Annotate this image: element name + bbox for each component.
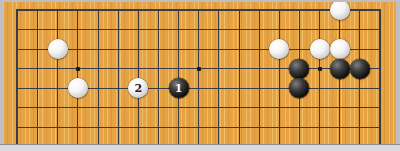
intersection	[229, 59, 249, 79]
hoshi-dot	[197, 67, 201, 71]
intersection	[310, 78, 330, 98]
white-stone	[269, 39, 289, 59]
intersection	[7, 117, 27, 137]
intersection	[88, 39, 108, 59]
intersection	[310, 137, 330, 144]
intersection	[28, 98, 48, 118]
intersection	[169, 137, 189, 144]
intersection	[128, 59, 148, 79]
white-stone	[48, 39, 68, 59]
intersection	[28, 137, 48, 144]
intersection	[108, 117, 128, 137]
black-stone	[289, 59, 309, 79]
intersection	[88, 98, 108, 118]
intersection	[289, 59, 309, 79]
intersection	[310, 39, 330, 59]
intersection	[269, 39, 289, 59]
intersection	[108, 2, 128, 20]
intersection	[370, 59, 390, 79]
intersection	[330, 2, 350, 20]
intersection	[330, 98, 350, 118]
intersection	[148, 137, 168, 144]
intersection	[289, 137, 309, 144]
intersection	[269, 78, 289, 98]
intersection	[289, 98, 309, 118]
intersection	[68, 20, 88, 40]
intersection	[350, 20, 370, 40]
intersection	[28, 78, 48, 98]
intersection	[7, 59, 27, 79]
intersection	[108, 78, 128, 98]
intersection	[269, 137, 289, 144]
intersection	[229, 20, 249, 40]
intersection	[28, 20, 48, 40]
intersection	[310, 2, 330, 20]
intersection	[249, 137, 269, 144]
intersection	[169, 98, 189, 118]
intersection	[330, 39, 350, 59]
intersection	[189, 137, 209, 144]
intersection	[88, 59, 108, 79]
intersection: 2	[128, 78, 148, 98]
intersection	[229, 39, 249, 59]
intersection	[28, 117, 48, 137]
intersection	[209, 59, 229, 79]
intersection	[68, 59, 88, 79]
intersection	[350, 78, 370, 98]
intersection	[370, 2, 390, 20]
intersection	[289, 2, 309, 20]
intersection	[350, 2, 370, 20]
intersection	[269, 20, 289, 40]
intersection	[7, 137, 27, 144]
intersection	[330, 59, 350, 79]
intersection	[68, 117, 88, 137]
intersection	[330, 20, 350, 40]
intersection	[229, 137, 249, 144]
intersection	[330, 137, 350, 144]
intersection	[128, 117, 148, 137]
intersection	[169, 59, 189, 79]
intersection	[350, 117, 370, 137]
intersection	[48, 98, 68, 118]
intersection	[370, 98, 390, 118]
intersection	[189, 20, 209, 40]
intersection: 1	[169, 78, 189, 98]
intersection	[289, 78, 309, 98]
intersection	[189, 78, 209, 98]
intersection	[169, 39, 189, 59]
intersection	[249, 39, 269, 59]
white-stone	[68, 78, 88, 98]
intersection	[289, 39, 309, 59]
intersection	[128, 20, 148, 40]
intersection	[209, 78, 229, 98]
intersection	[148, 2, 168, 20]
intersection	[310, 59, 330, 79]
intersection	[28, 39, 48, 59]
move-number-label: 2	[134, 83, 142, 94]
intersection	[269, 59, 289, 79]
intersection	[148, 20, 168, 40]
intersection	[229, 117, 249, 137]
intersection	[310, 98, 330, 118]
intersection	[189, 59, 209, 79]
intersection	[209, 98, 229, 118]
intersection	[350, 39, 370, 59]
intersection	[189, 98, 209, 118]
intersection	[48, 2, 68, 20]
intersection	[88, 20, 108, 40]
intersection	[68, 39, 88, 59]
intersection	[169, 117, 189, 137]
intersection	[148, 59, 168, 79]
intersection	[350, 137, 370, 144]
intersection	[289, 117, 309, 137]
intersection	[108, 137, 128, 144]
intersection	[229, 2, 249, 20]
intersection	[209, 137, 229, 144]
white-stone	[310, 39, 330, 59]
intersection	[108, 20, 128, 40]
intersection	[330, 117, 350, 137]
black-stone	[350, 59, 370, 79]
intersection	[330, 78, 350, 98]
intersection	[28, 2, 48, 20]
intersection	[209, 39, 229, 59]
intersection	[68, 2, 88, 20]
black-stone: 1	[169, 78, 189, 98]
intersection	[7, 39, 27, 59]
intersection	[370, 117, 390, 137]
white-stone: 2	[128, 78, 148, 98]
intersection	[269, 117, 289, 137]
intersection	[370, 20, 390, 40]
intersection	[88, 2, 108, 20]
intersection	[189, 2, 209, 20]
intersection	[209, 20, 229, 40]
intersection	[48, 39, 68, 59]
intersection	[148, 39, 168, 59]
hoshi-dot	[76, 67, 80, 71]
intersection	[169, 20, 189, 40]
white-stone	[330, 39, 350, 59]
white-stone	[330, 2, 350, 20]
intersection	[209, 117, 229, 137]
hoshi-dot	[318, 67, 322, 71]
intersection	[48, 117, 68, 137]
intersection	[68, 137, 88, 144]
black-stone	[330, 59, 350, 79]
intersection	[88, 137, 108, 144]
intersection	[108, 98, 128, 118]
intersection	[128, 39, 148, 59]
intersection	[370, 39, 390, 59]
intersection	[350, 98, 370, 118]
intersection	[7, 98, 27, 118]
intersection	[249, 59, 269, 79]
black-stone	[289, 78, 309, 98]
intersection	[48, 59, 68, 79]
intersection	[7, 20, 27, 40]
intersection	[189, 39, 209, 59]
intersection	[48, 137, 68, 144]
intersection	[48, 20, 68, 40]
intersection	[249, 78, 269, 98]
intersection	[370, 137, 390, 144]
intersection	[108, 59, 128, 79]
diagram-frame: 21	[0, 0, 400, 151]
intersection	[249, 2, 269, 20]
intersection	[7, 2, 27, 20]
intersection	[310, 117, 330, 137]
intersection	[370, 78, 390, 98]
intersection	[189, 117, 209, 137]
intersection	[68, 98, 88, 118]
intersection	[209, 2, 229, 20]
intersection	[169, 2, 189, 20]
intersection	[148, 98, 168, 118]
intersection	[88, 117, 108, 137]
go-board: 21	[3, 2, 396, 144]
intersection	[148, 117, 168, 137]
intersection	[229, 98, 249, 118]
intersection	[108, 39, 128, 59]
intersection	[249, 117, 269, 137]
intersection	[148, 78, 168, 98]
board-grid: 21	[7, 2, 390, 144]
intersection	[229, 78, 249, 98]
intersection	[249, 20, 269, 40]
intersection	[350, 59, 370, 79]
intersection	[128, 2, 148, 20]
intersection	[269, 2, 289, 20]
move-number-label: 1	[175, 83, 183, 94]
intersection	[289, 20, 309, 40]
intersection	[128, 137, 148, 144]
intersection	[249, 98, 269, 118]
intersection	[7, 78, 27, 98]
intersection	[128, 98, 148, 118]
intersection	[269, 98, 289, 118]
intersection	[310, 20, 330, 40]
intersection	[48, 78, 68, 98]
intersection	[28, 59, 48, 79]
intersection	[88, 78, 108, 98]
intersection	[68, 78, 88, 98]
